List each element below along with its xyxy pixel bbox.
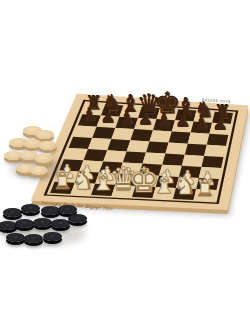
wooden-checker (19, 151, 38, 160)
square-a5 (69, 137, 93, 149)
black-pawn: ♟ (119, 110, 134, 127)
black-checker (24, 234, 43, 243)
black-rook: ♜ (85, 94, 102, 113)
square-e2 (136, 175, 159, 187)
white-pawn: ♟ (139, 166, 156, 185)
chess-board: Lovingly Made for Bigjigs Toys BIGJIGS T… (0, 0, 250, 311)
square-d8 (138, 107, 160, 119)
white-pawn: ♟ (179, 168, 196, 187)
square-e6 (150, 130, 172, 142)
square-d1 (112, 185, 136, 197)
white-pawn: ♟ (58, 161, 75, 180)
square-c2 (95, 173, 119, 185)
square-a4 (64, 148, 88, 160)
square-h1 (194, 189, 217, 201)
square-e3 (139, 164, 162, 176)
black-checker (21, 204, 40, 213)
square-f6 (169, 131, 191, 143)
square-g6 (188, 133, 210, 145)
black-pawn: ♟ (194, 114, 209, 131)
black-checker (43, 232, 62, 241)
black-checker (51, 219, 70, 228)
square-a2 (55, 171, 80, 183)
black-knight: ♞ (102, 93, 122, 115)
pieces-layer: ♜♞♝♛♚♝♞♜♟♟♟♟♟♟♟♟♟♟♟♟♟♟♟♟♜♞♝♛♚♝♞♜ (0, 0, 250, 311)
black-checker (58, 205, 77, 214)
board-brand-text: Lovingly Made for Bigjigs Toys (41, 200, 113, 211)
wooden-checker (23, 139, 42, 148)
white-pawn: ♟ (119, 165, 136, 184)
wooden-checker (35, 130, 54, 139)
square-d3 (119, 163, 142, 175)
white-queen: ♛ (109, 164, 138, 196)
black-pawn: ♟ (82, 107, 97, 124)
square-f8 (175, 109, 197, 121)
square-c5 (107, 139, 130, 151)
pile-shadow (2, 222, 86, 246)
square-b7 (97, 116, 120, 128)
square-f7 (172, 120, 194, 132)
white-pawn: ♟ (159, 167, 176, 186)
square-c8 (119, 106, 141, 118)
square-b8 (101, 104, 124, 116)
square-f4 (162, 154, 185, 166)
black-pawn: ♟ (138, 111, 153, 128)
square-d6 (130, 129, 153, 141)
black-checker (41, 206, 60, 215)
wooden-checker (4, 151, 23, 160)
black-rook: ♜ (214, 103, 231, 122)
square-f1 (153, 187, 176, 199)
square-h6 (207, 134, 229, 146)
square-h3 (199, 167, 221, 179)
square-b2 (75, 172, 99, 184)
square-e5 (146, 141, 169, 153)
checkers-piles (0, 0, 250, 311)
wooden-checker (29, 166, 48, 175)
product-photo: Lovingly Made for Bigjigs Toys BIGJIGS T… (0, 0, 250, 311)
square-a1 (50, 182, 75, 194)
wooden-checker (23, 126, 42, 135)
pile-shadow (10, 158, 68, 180)
board-surface (31, 94, 250, 217)
black-queen: ♛ (137, 91, 161, 118)
square-b3 (79, 160, 103, 172)
black-pawn: ♟ (156, 112, 171, 129)
square-h2 (196, 178, 219, 190)
grid-border-line (44, 100, 239, 204)
square-c1 (91, 184, 115, 196)
square-e8 (157, 108, 179, 120)
square-b1 (71, 183, 96, 195)
white-pawn: ♟ (78, 163, 95, 182)
square-g4 (182, 155, 204, 167)
square-g3 (179, 166, 202, 178)
square-c6 (111, 128, 134, 140)
square-d4 (123, 151, 146, 163)
black-bishop: ♝ (120, 93, 141, 117)
white-knight: ♞ (71, 168, 94, 194)
square-f5 (165, 143, 187, 155)
square-a7 (78, 114, 101, 126)
square-b4 (84, 149, 108, 161)
black-checker (33, 218, 52, 227)
square-g2 (176, 177, 199, 189)
square-c7 (115, 117, 138, 129)
square-d2 (115, 174, 139, 186)
black-pawn: ♟ (212, 116, 227, 133)
board-brand-text-top: BIGJIGS TOYS (202, 98, 231, 104)
square-e4 (143, 153, 166, 165)
square-g5 (185, 144, 207, 156)
black-pawn: ♟ (175, 113, 190, 130)
square-c4 (103, 150, 126, 162)
wooden-checker (34, 154, 53, 163)
square-f2 (156, 176, 179, 188)
white-pawn: ♟ (199, 169, 216, 188)
square-e7 (153, 119, 175, 131)
grid-border-gap (47, 101, 236, 202)
square-b5 (88, 138, 111, 150)
board-side (31, 98, 249, 215)
black-bishop: ♝ (175, 96, 196, 120)
wooden-checker (9, 138, 28, 147)
square-d7 (134, 118, 156, 130)
board-shadow (33, 100, 250, 217)
square-b6 (92, 127, 115, 139)
wooden-checker (38, 141, 57, 150)
black-checker (3, 208, 22, 217)
black-checker (6, 233, 25, 242)
square-c3 (99, 161, 123, 173)
square-a3 (59, 159, 83, 171)
black-checker (68, 214, 87, 223)
square-h5 (204, 145, 226, 157)
square-h8 (212, 112, 233, 124)
white-rook: ♜ (195, 177, 215, 200)
white-knight: ♞ (173, 173, 196, 199)
square-f3 (159, 165, 182, 177)
white-pawn: ♟ (99, 164, 116, 183)
square-d5 (127, 140, 150, 152)
black-checker (0, 221, 17, 230)
white-rook: ♜ (52, 170, 72, 193)
square-a8 (82, 103, 105, 116)
square-h7 (209, 123, 230, 135)
board-frame (31, 94, 249, 211)
black-pawn: ♟ (100, 108, 115, 125)
square-h4 (202, 156, 224, 168)
square-e1 (132, 186, 156, 198)
square-g1 (173, 188, 196, 200)
black-checker (15, 219, 34, 228)
white-king: ♚ (128, 162, 159, 197)
square-a6 (73, 126, 97, 138)
black-knight: ♞ (194, 99, 214, 121)
white-bishop: ♝ (152, 170, 177, 198)
square-g7 (191, 122, 213, 134)
wooden-checker (16, 164, 35, 173)
white-bishop: ♝ (91, 167, 116, 195)
black-king: ♚ (154, 90, 181, 120)
square-g8 (194, 111, 215, 123)
